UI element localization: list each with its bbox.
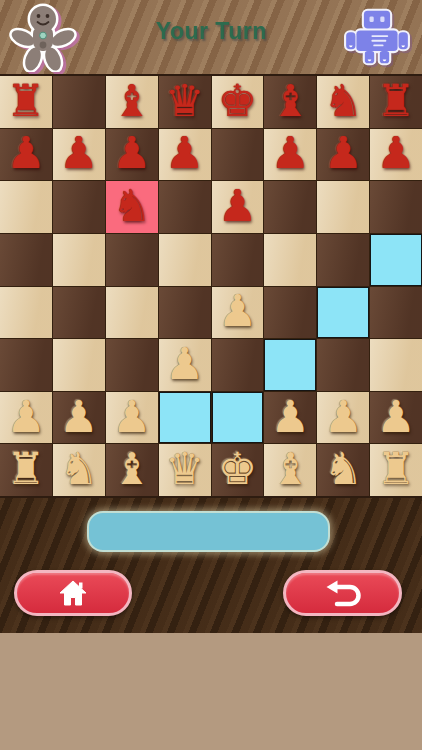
square-h8[interactable]: ♜ (370, 76, 422, 128)
white-pawn-d3: ♟ (165, 342, 204, 386)
square-e1[interactable]: ♚ (212, 444, 264, 496)
square-f4[interactable] (264, 287, 316, 339)
square-b4[interactable] (53, 287, 105, 339)
square-c2[interactable]: ♟ (106, 392, 158, 444)
square-e3[interactable] (212, 339, 264, 391)
square-b2[interactable]: ♟ (53, 392, 105, 444)
square-e7[interactable] (212, 129, 264, 181)
red-knight-g8: ♞ (323, 79, 362, 123)
square-d5[interactable] (159, 234, 211, 286)
square-d3[interactable]: ♟ (159, 339, 211, 391)
square-d1[interactable]: ♛ (159, 444, 211, 496)
white-bishop-c1: ♝ (112, 447, 151, 491)
square-e5[interactable] (212, 234, 264, 286)
white-rook-a1: ♜ (6, 447, 45, 491)
square-h7[interactable]: ♟ (370, 129, 422, 181)
red-pawn-d7: ♟ (165, 131, 204, 175)
red-rook-h8: ♜ (376, 79, 415, 123)
square-f2[interactable]: ♟ (264, 392, 316, 444)
square-f8[interactable]: ♝ (264, 76, 316, 128)
red-queen-d8: ♛ (165, 79, 204, 123)
white-pawn-c2: ♟ (112, 395, 151, 439)
square-a7[interactable]: ♟ (0, 129, 52, 181)
square-c7[interactable]: ♟ (106, 129, 158, 181)
square-c5[interactable] (106, 234, 158, 286)
white-pawn-g2: ♟ (323, 395, 362, 439)
square-b6[interactable] (53, 181, 105, 233)
square-a2[interactable]: ♟ (0, 392, 52, 444)
square-h5[interactable] (370, 234, 422, 286)
square-f5[interactable] (264, 234, 316, 286)
white-pawn-a2: ♟ (6, 395, 45, 439)
red-pawn-c7: ♟ (112, 131, 151, 175)
white-knight-g1: ♞ (323, 447, 362, 491)
white-pawn-h2: ♟ (376, 395, 415, 439)
white-pawn-b2: ♟ (59, 395, 98, 439)
square-b1[interactable]: ♞ (53, 444, 105, 496)
square-h3[interactable] (370, 339, 422, 391)
home-button[interactable] (14, 570, 132, 616)
bottom-panel (0, 498, 422, 633)
square-d8[interactable]: ♛ (159, 76, 211, 128)
square-e4[interactable]: ♟ (212, 287, 264, 339)
red-bishop-c8: ♝ (112, 79, 151, 123)
square-a4[interactable] (0, 287, 52, 339)
square-g4[interactable] (317, 287, 369, 339)
home-icon (58, 579, 88, 607)
square-g6[interactable] (317, 181, 369, 233)
square-g7[interactable]: ♟ (317, 129, 369, 181)
square-g8[interactable]: ♞ (317, 76, 369, 128)
square-c3[interactable] (106, 339, 158, 391)
undo-button[interactable] (283, 570, 402, 616)
square-g1[interactable]: ♞ (317, 444, 369, 496)
square-e6[interactable]: ♟ (212, 181, 264, 233)
square-c6[interactable]: ♞ (106, 181, 158, 233)
square-d4[interactable] (159, 287, 211, 339)
square-e8[interactable]: ♚ (212, 76, 264, 128)
white-bishop-f1: ♝ (271, 447, 310, 491)
red-pawn-a7: ♟ (6, 131, 45, 175)
red-knight-c6: ♞ (112, 184, 151, 228)
square-g5[interactable] (317, 234, 369, 286)
white-king-e1: ♚ (218, 447, 257, 491)
red-rook-a8: ♜ (6, 79, 45, 123)
red-king-e8: ♚ (218, 79, 257, 123)
white-pawn-e4: ♟ (218, 289, 257, 333)
square-b8[interactable] (53, 76, 105, 128)
app-window: Your Turn (0, 0, 422, 750)
chess-board: ♜♝♛♚♝♞♜♟♟♟♟♟♟♟♞♟♟♟♟♟♟♟♟♟♜♞♝♛♚♝♞♜ (0, 74, 422, 498)
white-knight-b1: ♞ (59, 447, 98, 491)
footer-strip (0, 633, 422, 750)
square-e2[interactable] (212, 392, 264, 444)
message-bar (87, 511, 330, 552)
square-h2[interactable]: ♟ (370, 392, 422, 444)
square-b5[interactable] (53, 234, 105, 286)
square-a1[interactable]: ♜ (0, 444, 52, 496)
header: Your Turn (0, 0, 422, 74)
square-a8[interactable]: ♜ (0, 76, 52, 128)
square-d6[interactable] (159, 181, 211, 233)
square-c1[interactable]: ♝ (106, 444, 158, 496)
square-h1[interactable]: ♜ (370, 444, 422, 496)
square-g3[interactable] (317, 339, 369, 391)
square-a5[interactable] (0, 234, 52, 286)
white-pawn-f2: ♟ (271, 395, 310, 439)
square-h4[interactable] (370, 287, 422, 339)
square-a3[interactable] (0, 339, 52, 391)
robot-opponent-icon (344, 8, 410, 66)
square-d7[interactable]: ♟ (159, 129, 211, 181)
square-f3[interactable] (264, 339, 316, 391)
square-h6[interactable] (370, 181, 422, 233)
square-c4[interactable] (106, 287, 158, 339)
square-d2[interactable] (159, 392, 211, 444)
square-g2[interactable]: ♟ (317, 392, 369, 444)
square-f1[interactable]: ♝ (264, 444, 316, 496)
square-b7[interactable]: ♟ (53, 129, 105, 181)
square-c8[interactable]: ♝ (106, 76, 158, 128)
red-pawn-b7: ♟ (59, 131, 98, 175)
red-pawn-f7: ♟ (271, 131, 310, 175)
square-f7[interactable]: ♟ (264, 129, 316, 181)
square-b3[interactable] (53, 339, 105, 391)
white-queen-d1: ♛ (165, 447, 204, 491)
red-pawn-h7: ♟ (376, 131, 415, 175)
square-a6[interactable] (0, 181, 52, 233)
white-rook-h1: ♜ (376, 447, 415, 491)
red-pawn-g7: ♟ (323, 131, 362, 175)
square-f6[interactable] (264, 181, 316, 233)
undo-icon (324, 579, 362, 607)
red-bishop-f8: ♝ (271, 79, 310, 123)
red-pawn-e6: ♟ (218, 184, 257, 228)
